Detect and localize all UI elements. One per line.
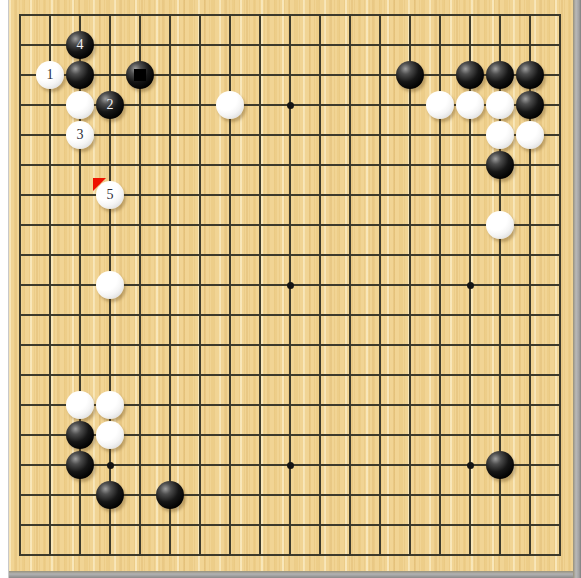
stone-black-D3[interactable] [96,481,124,509]
move-number-label: 2 [96,91,124,119]
grid-horizontal-line [19,314,561,316]
board-shadow-bottom [9,571,573,578]
grid-horizontal-line [19,554,561,556]
go-board-panel: 41235 [0,0,581,578]
stone-black-R17[interactable] [486,61,514,89]
grid-horizontal-line [19,164,561,166]
grid-horizontal-line [19,44,561,46]
move-number-label: 1 [36,61,64,89]
stone-white-H16[interactable] [216,91,244,119]
stone-white-D10[interactable] [96,271,124,299]
star-point [287,102,294,109]
stone-white-P16[interactable] [426,91,454,119]
stone-white-R12[interactable] [486,211,514,239]
stone-black-S17[interactable] [516,61,544,89]
grid-horizontal-line [19,344,561,346]
grid-horizontal-line [19,254,561,256]
stone-black-D16[interactable]: 2 [96,91,124,119]
stone-white-D5[interactable] [96,421,124,449]
move-number-label: 4 [66,31,94,59]
board-shadow-right [573,0,581,578]
grid-horizontal-line [19,224,561,226]
stone-white-R16[interactable] [486,91,514,119]
stone-white-D13[interactable]: 5 [96,181,124,209]
star-point [287,282,294,289]
grid-horizontal-line [19,524,561,526]
stone-black-E17[interactable] [126,61,154,89]
board-overlay: 41235 [0,0,581,578]
grid-horizontal-line [19,374,561,376]
stone-white-R15[interactable] [486,121,514,149]
stone-black-C4[interactable] [66,451,94,479]
stone-white-D6[interactable] [96,391,124,419]
grid-horizontal-line [19,14,561,16]
stone-black-Q17[interactable] [456,61,484,89]
stone-black-C18[interactable]: 4 [66,31,94,59]
red-triangle-marker-icon [93,178,106,191]
star-point [107,462,114,469]
stone-white-S15[interactable] [516,121,544,149]
stone-black-C17[interactable] [66,61,94,89]
star-point [467,282,474,289]
grid-horizontal-line [19,134,561,136]
square-marker-icon [134,69,146,81]
star-point [467,462,474,469]
stone-black-O17[interactable] [396,61,424,89]
stone-black-R4[interactable] [486,451,514,479]
stone-black-F3[interactable] [156,481,184,509]
stone-black-S16[interactable] [516,91,544,119]
stone-white-Q16[interactable] [456,91,484,119]
stone-white-C15[interactable]: 3 [66,121,94,149]
stone-black-C5[interactable] [66,421,94,449]
stone-black-R14[interactable] [486,151,514,179]
star-point [287,462,294,469]
stone-white-C16[interactable] [66,91,94,119]
stone-white-C6[interactable] [66,391,94,419]
stone-white-B17[interactable]: 1 [36,61,64,89]
move-number-label: 3 [66,121,94,149]
